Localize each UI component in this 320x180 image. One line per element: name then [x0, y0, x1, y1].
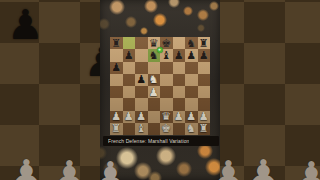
square-g4 [185, 86, 198, 98]
white-pawn-b2: ♟ [124, 111, 134, 122]
square-g8: ♞ [185, 37, 198, 49]
badge-star-glyph: ★ [158, 48, 162, 52]
square-e6 [160, 62, 173, 74]
square-h7: ♟ [198, 49, 211, 61]
square-a2: ♟ [110, 111, 123, 123]
square-c3 [135, 98, 148, 110]
white-pawn-h2: ♟ [199, 111, 209, 122]
square-c6 [135, 62, 148, 74]
square-a6: ♟ [110, 62, 123, 74]
square-f7: ♟ [173, 49, 186, 61]
square-f1 [173, 123, 186, 135]
square-f4 [173, 86, 186, 98]
square-d2 [148, 111, 161, 123]
square-g7: ♟ [185, 49, 198, 61]
white-pawn-a2: ♟ [111, 111, 121, 122]
video-frame: ♟♟ ♜♛♚♞♜♟♞♝♟♟♟♟♟♞♟♟♟♟♛♟♟♟♜♝♚♞♜★ French D… [0, 0, 320, 180]
black-rook-h8: ♜ [199, 38, 209, 49]
square-h4 [198, 86, 211, 98]
white-rook-a1: ♜ [111, 123, 121, 134]
square-a4 [110, 86, 123, 98]
square-c8 [135, 37, 148, 49]
square-d5: ♞ [148, 74, 161, 86]
white-pawn-c2: ♟ [136, 111, 146, 122]
square-f3 [173, 98, 186, 110]
move-quality-badge-icon: ★ [157, 47, 163, 53]
square-d6 [148, 62, 161, 74]
square-d4: ♟ [148, 86, 161, 98]
black-pawn-h7: ♟ [199, 50, 209, 61]
black-pawn-c5: ♟ [136, 74, 146, 85]
square-h2: ♟ [198, 111, 211, 123]
square-a7 [110, 49, 123, 61]
square-b1 [123, 123, 136, 135]
square-e5 [160, 74, 173, 86]
square-b2: ♟ [123, 111, 136, 123]
square-b7: ♟ [123, 49, 136, 61]
square-a3 [110, 98, 123, 110]
square-h8: ♜ [198, 37, 211, 49]
white-pawn-g2: ♟ [186, 111, 196, 122]
bg-white-pawn: ♟ [245, 155, 282, 180]
square-b4 [123, 86, 136, 98]
square-f5 [173, 74, 186, 86]
white-pawn-d4: ♟ [149, 87, 159, 98]
square-b8 [123, 37, 136, 49]
square-f6 [173, 62, 186, 74]
square-b3 [123, 98, 136, 110]
square-c5: ♟ [135, 74, 148, 86]
bg-white-pawn: ♟ [51, 156, 88, 180]
bg-white-pawn: ♟ [8, 155, 45, 180]
white-rook-h1: ♜ [199, 123, 209, 134]
opening-name-label: French Defense: Marshall Variation [108, 138, 189, 144]
square-h3 [198, 98, 211, 110]
square-e4 [160, 86, 173, 98]
square-d1 [148, 123, 161, 135]
square-g6 [185, 62, 198, 74]
square-g1: ♞ [185, 123, 198, 135]
bg-white-pawn: ♟ [210, 156, 247, 180]
square-b6 [123, 62, 136, 74]
square-a8: ♜ [110, 37, 123, 49]
bg-black-pawn: ♟ [7, 5, 44, 46]
square-f8 [173, 37, 186, 49]
black-knight-g8: ♞ [186, 38, 196, 49]
square-e1: ♚ [160, 123, 173, 135]
black-pawn-b7: ♟ [124, 50, 134, 61]
white-knight-g1: ♞ [186, 123, 196, 134]
opening-caption-bar: French Defense: Marshall Variation [103, 136, 219, 146]
black-pawn-g7: ♟ [186, 50, 196, 61]
square-a5 [110, 74, 123, 86]
square-c7 [135, 49, 148, 61]
chess-board: ♜♛♚♞♜♟♞♝♟♟♟♟♟♞♟♟♟♟♛♟♟♟♜♝♚♞♜★ [110, 37, 210, 135]
white-bishop-c1: ♝ [136, 123, 146, 134]
square-e3 [160, 98, 173, 110]
square-g5 [185, 74, 198, 86]
square-c1: ♝ [135, 123, 148, 135]
square-d3 [148, 98, 161, 110]
white-pawn-f2: ♟ [174, 111, 184, 122]
square-a1: ♜ [110, 123, 123, 135]
square-h6 [198, 62, 211, 74]
bg-white-pawn: ♟ [92, 157, 129, 180]
square-c4 [135, 86, 148, 98]
square-g2: ♟ [185, 111, 198, 123]
white-king-e1: ♚ [161, 123, 171, 134]
black-pawn-f7: ♟ [174, 50, 184, 61]
square-h5 [198, 74, 211, 86]
black-rook-a8: ♜ [111, 38, 121, 49]
square-e2: ♛ [160, 111, 173, 123]
white-queen-e2: ♛ [161, 111, 171, 122]
square-b5 [123, 74, 136, 86]
square-c2: ♟ [135, 111, 148, 123]
white-knight-d5: ♞ [149, 74, 159, 85]
square-g3 [185, 98, 198, 110]
black-king-e8: ♚ [161, 38, 171, 49]
black-bishop-e7: ♝ [161, 50, 171, 61]
black-pawn-a6: ♟ [111, 62, 121, 73]
bg-white-pawn: ♟ [293, 157, 320, 180]
square-f2: ♟ [173, 111, 186, 123]
square-h1: ♜ [198, 123, 211, 135]
